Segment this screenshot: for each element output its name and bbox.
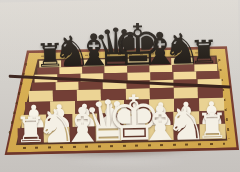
table-reflection (30, 155, 220, 168)
square-a2: ♟ (21, 114, 47, 128)
board-rank-1: ♜♞♝♛♚♝♞♜ (18, 124, 226, 143)
square-e3 (124, 100, 149, 113)
square-d3 (99, 100, 124, 113)
square-b1: ♞ (44, 127, 70, 142)
square-c3 (75, 101, 100, 114)
square-g4 (174, 87, 198, 99)
square-h1: ♜ (199, 124, 225, 139)
square-e2: ♟ (123, 112, 149, 126)
square-d4 (101, 89, 125, 101)
square-g1: ♞ (173, 125, 199, 140)
board-tilt-wrapper: ♜♞♝♛♚♝♞♜♟♟♟♟♟♟♟♟♜♞♝♛♚♝♞♜ (0, 0, 240, 172)
square-a1: ♜ (18, 128, 44, 143)
square-f2: ♟ (148, 111, 174, 125)
square-c1: ♝ (69, 127, 95, 142)
square-g2: ♟ (174, 111, 200, 125)
square-c2: ♟ (72, 113, 98, 127)
square-c4 (77, 89, 101, 101)
square-h4 (198, 87, 222, 99)
chess-set-photo: ♜♞♝♛♚♝♞♜♟♟♟♟♟♟♟♟♜♞♝♛♚♝♞♜ (0, 0, 240, 172)
square-b4 (53, 90, 77, 102)
square-g3 (174, 99, 199, 112)
square-f1: ♝ (147, 125, 173, 140)
square-e4 (125, 88, 149, 100)
square-h2: ♟ (199, 110, 225, 124)
square-d1: ♛ (95, 126, 121, 141)
square-b2: ♟ (47, 114, 73, 128)
square-e1: ♚ (121, 126, 147, 141)
square-b3 (50, 101, 75, 114)
square-h3 (199, 98, 224, 111)
square-d2: ♟ (97, 113, 123, 127)
square-f3 (149, 99, 174, 112)
square-a3 (25, 102, 50, 115)
square-f4 (150, 88, 174, 100)
square-a4 (28, 90, 52, 102)
